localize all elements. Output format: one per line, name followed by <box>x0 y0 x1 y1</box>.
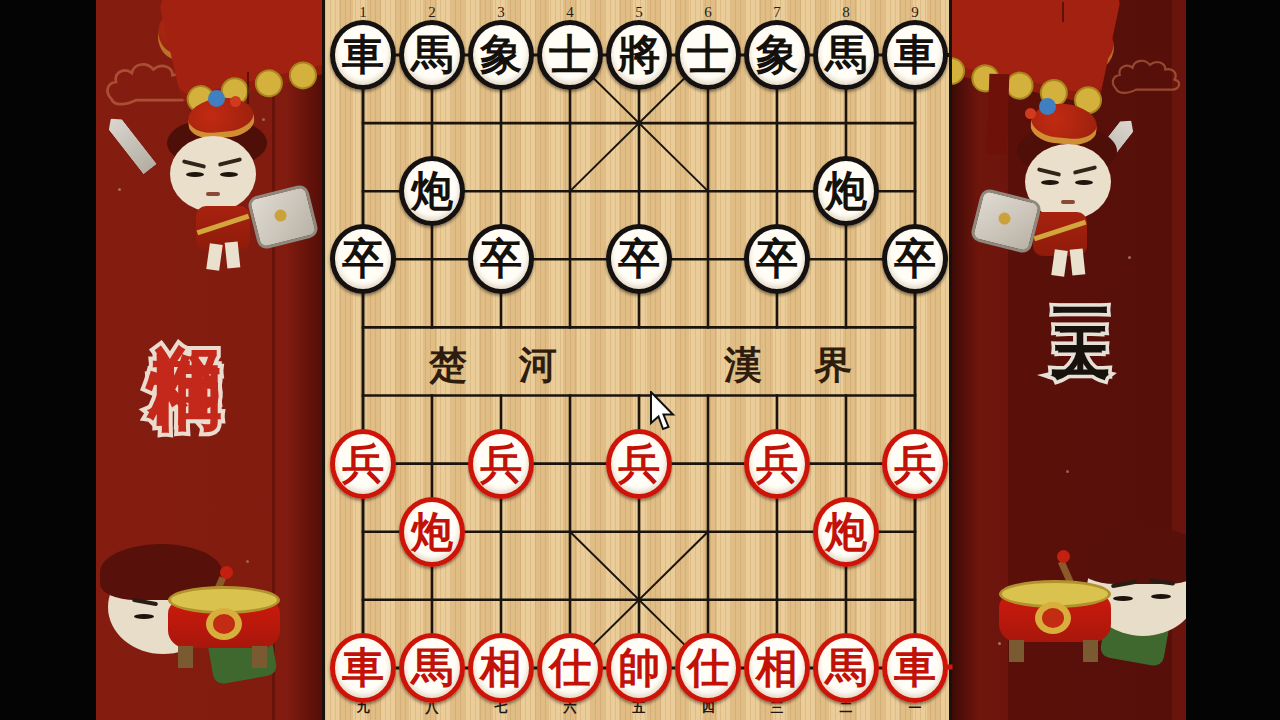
file-label-top: 2 <box>428 4 436 21</box>
piece-red[interactable]: 車 <box>330 633 396 703</box>
sword-icon <box>104 114 157 175</box>
piece-red[interactable]: 相 <box>744 633 810 703</box>
piece-red[interactable]: 帥 <box>606 633 672 703</box>
piece-black[interactable]: 炮 <box>813 156 879 226</box>
piece-black[interactable]: 卒 <box>744 224 810 294</box>
warrior-left-illustration <box>112 92 312 270</box>
piece-red[interactable]: 兵 <box>606 429 672 499</box>
piece-black[interactable]: 士 <box>537 20 603 90</box>
piece-black[interactable]: 象 <box>744 20 810 90</box>
piece-black[interactable]: 馬 <box>399 20 465 90</box>
piece-black[interactable]: 將 <box>606 20 672 90</box>
file-label-top: 8 <box>842 4 850 21</box>
river-label-han-jie: 漢界 <box>724 340 904 391</box>
file-label-top: 4 <box>566 4 574 21</box>
file-label-top: 5 <box>635 4 643 21</box>
piece-black[interactable]: 卒 <box>606 224 672 294</box>
piece-red[interactable]: 兵 <box>882 429 948 499</box>
piece-black[interactable]: 卒 <box>330 224 396 294</box>
screen: 郑惟桐 郑惟桐 王天一 王天一 楚河 漢界 123456789九八七六五四三二一… <box>0 0 1280 720</box>
piece-red[interactable]: 馬 <box>399 633 465 703</box>
letterbox-bar-left <box>0 0 96 720</box>
piece-red[interactable]: 兵 <box>330 429 396 499</box>
file-label-top: 1 <box>359 4 367 21</box>
cloud-icon <box>1106 54 1190 96</box>
drummer-left-illustration <box>92 538 312 720</box>
file-label-top: 7 <box>773 4 781 21</box>
lantern-string <box>1062 2 1064 22</box>
piece-red[interactable]: 馬 <box>813 633 879 703</box>
piece-red[interactable]: 仕 <box>675 633 741 703</box>
mouse-cursor <box>650 391 676 433</box>
file-label-top: 9 <box>911 4 919 21</box>
piece-red[interactable]: 炮 <box>399 497 465 567</box>
river-label-chu-he: 楚河 <box>429 340 609 391</box>
shield-icon <box>246 183 319 250</box>
piece-black[interactable]: 卒 <box>468 224 534 294</box>
piece-black[interactable]: 士 <box>675 20 741 90</box>
piece-black[interactable]: 車 <box>882 20 948 90</box>
piece-red[interactable]: 車 <box>882 633 948 703</box>
player-name-left-text: 郑惟桐 <box>149 284 223 308</box>
piece-black[interactable]: 車 <box>330 20 396 90</box>
file-label-top: 3 <box>497 4 505 21</box>
piece-red[interactable]: 炮 <box>813 497 879 567</box>
piece-black[interactable]: 象 <box>468 20 534 90</box>
piece-black[interactable]: 馬 <box>813 20 879 90</box>
piece-red[interactable]: 相 <box>468 633 534 703</box>
letterbox-bar-right <box>1186 0 1280 720</box>
piece-black[interactable]: 卒 <box>882 224 948 294</box>
piece-red[interactable]: 仕 <box>537 633 603 703</box>
piece-black[interactable]: 炮 <box>399 156 465 226</box>
piece-red[interactable]: 兵 <box>744 429 810 499</box>
piece-red[interactable]: 兵 <box>468 429 534 499</box>
file-label-top: 6 <box>704 4 712 21</box>
drummer-right-illustration <box>983 534 1203 719</box>
warrior-right-illustration <box>975 98 1175 276</box>
